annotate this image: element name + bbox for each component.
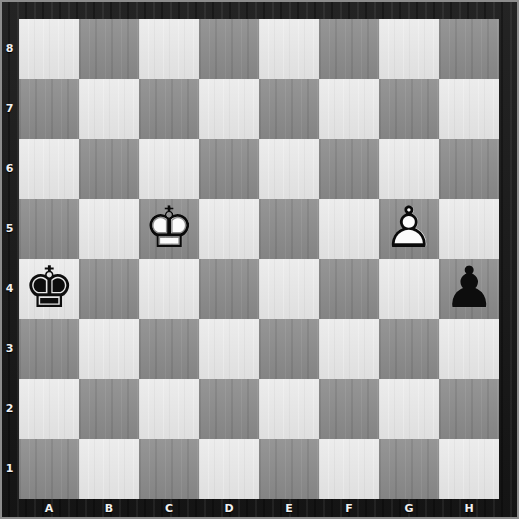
square-d5[interactable]	[199, 199, 259, 259]
square-f3[interactable]	[319, 319, 379, 379]
square-e4[interactable]	[259, 259, 319, 319]
square-e8[interactable]	[259, 19, 319, 79]
rank-label-3: 3	[0, 319, 19, 379]
square-h1[interactable]	[439, 439, 499, 499]
piece-white-pawn-g5[interactable]: ♟♙	[379, 199, 439, 259]
square-h2[interactable]	[439, 379, 499, 439]
file-label-h: H	[439, 500, 499, 518]
square-a6[interactable]	[19, 139, 79, 199]
white-pawn-outline-glyph: ♙	[379, 197, 439, 257]
square-g7[interactable]	[379, 79, 439, 139]
square-c4[interactable]	[139, 259, 199, 319]
square-d6[interactable]	[199, 139, 259, 199]
rank-label-6: 6	[0, 139, 19, 199]
square-d4[interactable]	[199, 259, 259, 319]
square-d3[interactable]	[199, 319, 259, 379]
square-a3[interactable]	[19, 319, 79, 379]
square-d2[interactable]	[199, 379, 259, 439]
square-h3[interactable]	[439, 319, 499, 379]
square-c1[interactable]	[139, 439, 199, 499]
square-f5[interactable]	[319, 199, 379, 259]
square-b6[interactable]	[79, 139, 139, 199]
square-c6[interactable]	[139, 139, 199, 199]
piece-white-king-c5[interactable]: ♚♔	[139, 199, 199, 259]
square-b2[interactable]	[79, 379, 139, 439]
black-king-glyph: ♚	[19, 257, 79, 317]
black-pawn-glyph: ♟	[439, 257, 499, 317]
chessboard-frame: ♚♔♟♙♚♟ 87654321ABCDEFGH	[0, 0, 519, 519]
square-f1[interactable]	[319, 439, 379, 499]
square-g8[interactable]	[379, 19, 439, 79]
file-label-c: C	[139, 500, 199, 518]
square-h4[interactable]: ♟	[439, 259, 499, 319]
piece-black-king-a4[interactable]: ♚	[19, 259, 79, 319]
square-h5[interactable]	[439, 199, 499, 259]
square-c7[interactable]	[139, 79, 199, 139]
square-g3[interactable]	[379, 319, 439, 379]
rank-label-8: 8	[0, 19, 19, 79]
square-b5[interactable]	[79, 199, 139, 259]
square-a7[interactable]	[19, 79, 79, 139]
rank-label-7: 7	[0, 79, 19, 139]
chessboard: ♚♔♟♙♚♟	[19, 19, 499, 499]
file-label-e: E	[259, 500, 319, 518]
square-f6[interactable]	[319, 139, 379, 199]
square-a4[interactable]: ♚	[19, 259, 79, 319]
rank-label-1: 1	[0, 439, 19, 499]
square-e3[interactable]	[259, 319, 319, 379]
file-label-a: A	[19, 500, 79, 518]
white-king-outline-glyph: ♔	[139, 197, 199, 257]
square-e5[interactable]	[259, 199, 319, 259]
square-c8[interactable]	[139, 19, 199, 79]
square-c5[interactable]: ♚♔	[139, 199, 199, 259]
file-label-b: B	[79, 500, 139, 518]
square-f2[interactable]	[319, 379, 379, 439]
file-label-g: G	[379, 500, 439, 518]
square-e7[interactable]	[259, 79, 319, 139]
square-g2[interactable]	[379, 379, 439, 439]
square-b8[interactable]	[79, 19, 139, 79]
square-a5[interactable]	[19, 199, 79, 259]
file-label-f: F	[319, 500, 379, 518]
square-b3[interactable]	[79, 319, 139, 379]
square-g5[interactable]: ♟♙	[379, 199, 439, 259]
square-d8[interactable]	[199, 19, 259, 79]
square-e1[interactable]	[259, 439, 319, 499]
square-b7[interactable]	[79, 79, 139, 139]
square-b1[interactable]	[79, 439, 139, 499]
rank-label-2: 2	[0, 379, 19, 439]
square-c3[interactable]	[139, 319, 199, 379]
square-a1[interactable]	[19, 439, 79, 499]
square-e6[interactable]	[259, 139, 319, 199]
square-b4[interactable]	[79, 259, 139, 319]
rank-label-5: 5	[0, 199, 19, 259]
square-g6[interactable]	[379, 139, 439, 199]
square-f7[interactable]	[319, 79, 379, 139]
square-a8[interactable]	[19, 19, 79, 79]
square-d1[interactable]	[199, 439, 259, 499]
square-g1[interactable]	[379, 439, 439, 499]
piece-black-pawn-h4[interactable]: ♟	[439, 259, 499, 319]
square-d7[interactable]	[199, 79, 259, 139]
square-h8[interactable]	[439, 19, 499, 79]
square-f8[interactable]	[319, 19, 379, 79]
file-label-d: D	[199, 500, 259, 518]
square-f4[interactable]	[319, 259, 379, 319]
square-e2[interactable]	[259, 379, 319, 439]
square-g4[interactable]	[379, 259, 439, 319]
square-h6[interactable]	[439, 139, 499, 199]
square-a2[interactable]	[19, 379, 79, 439]
square-c2[interactable]	[139, 379, 199, 439]
rank-label-4: 4	[0, 259, 19, 319]
square-h7[interactable]	[439, 79, 499, 139]
